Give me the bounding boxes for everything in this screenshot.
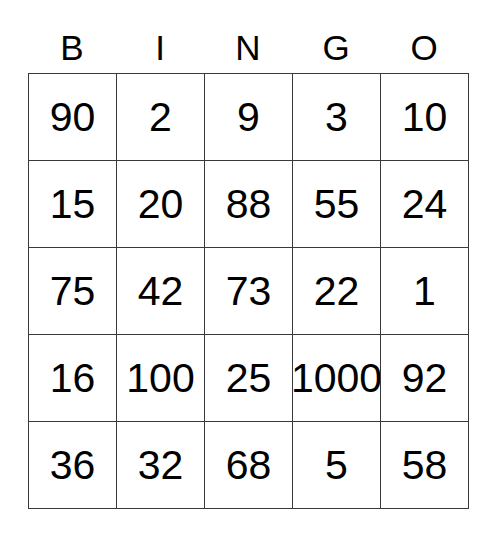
cell-r1c5[interactable]: 10 — [381, 74, 469, 161]
cell-r1c1[interactable]: 90 — [29, 74, 117, 161]
cell-r2c2[interactable]: 20 — [117, 161, 205, 248]
cell-r4c3[interactable]: 25 — [205, 335, 293, 422]
header-letter-g: G — [292, 0, 380, 73]
header-letter-b: B — [28, 0, 116, 73]
cell-r5c3[interactable]: 68 — [205, 422, 293, 509]
cell-r5c2[interactable]: 32 — [117, 422, 205, 509]
header-letter-o: O — [380, 0, 468, 73]
cell-r3c1[interactable]: 75 — [29, 248, 117, 335]
cell-r4c1[interactable]: 16 — [29, 335, 117, 422]
cell-r5c4[interactable]: 5 — [293, 422, 381, 509]
cell-r1c2[interactable]: 2 — [117, 74, 205, 161]
bingo-header: B I N G O — [28, 0, 469, 73]
cell-r4c2[interactable]: 100 — [117, 335, 205, 422]
cell-r2c3[interactable]: 88 — [205, 161, 293, 248]
cell-r4c4[interactable]: 1000 — [293, 335, 381, 422]
cell-r4c5[interactable]: 92 — [381, 335, 469, 422]
header-letter-i: I — [116, 0, 204, 73]
header-letter-n: N — [204, 0, 292, 73]
bingo-grid: 90 2 9 3 10 15 20 88 55 24 75 42 73 22 1… — [28, 73, 469, 509]
bingo-card: B I N G O 90 2 9 3 10 15 20 88 55 24 75 … — [28, 0, 469, 509]
cell-r2c5[interactable]: 24 — [381, 161, 469, 248]
cell-r5c5[interactable]: 58 — [381, 422, 469, 509]
cell-r1c3[interactable]: 9 — [205, 74, 293, 161]
cell-r5c1[interactable]: 36 — [29, 422, 117, 509]
cell-r3c4[interactable]: 22 — [293, 248, 381, 335]
cell-r3c3[interactable]: 73 — [205, 248, 293, 335]
cell-r3c2[interactable]: 42 — [117, 248, 205, 335]
cell-r2c4[interactable]: 55 — [293, 161, 381, 248]
cell-r1c4[interactable]: 3 — [293, 74, 381, 161]
cell-r3c5[interactable]: 1 — [381, 248, 469, 335]
cell-r2c1[interactable]: 15 — [29, 161, 117, 248]
